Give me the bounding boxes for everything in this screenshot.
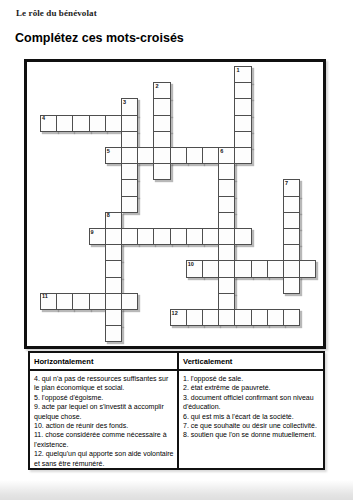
crossword-cell-r4c7[interactable] bbox=[153, 131, 170, 148]
crossword-cell-r14c11[interactable] bbox=[218, 293, 235, 310]
crossword-cell-r10c4[interactable] bbox=[105, 228, 122, 245]
crossword-cell-r8c5[interactable] bbox=[121, 196, 138, 213]
clue-number-4: 4 bbox=[42, 116, 45, 122]
clue-item: 6. qui est mis à l'écart de la société. bbox=[183, 412, 320, 421]
clue-number-2: 2 bbox=[155, 84, 158, 90]
crossword-cell-r7c5[interactable] bbox=[121, 179, 138, 196]
crossword-cell-r15c8[interactable]: 12 bbox=[170, 309, 187, 326]
crossword-cell-r10c5[interactable] bbox=[121, 228, 138, 245]
crossword-cell-r15c15[interactable] bbox=[283, 309, 300, 326]
clue-number-6: 6 bbox=[220, 149, 223, 155]
page-bottom-shadow bbox=[0, 480, 353, 500]
clue-item: 3. document officiel confirmant son nive… bbox=[183, 393, 320, 412]
crossword-cell-r1c12[interactable] bbox=[234, 82, 251, 99]
clue-number-3: 3 bbox=[123, 100, 126, 106]
crossword-cell-r5c11[interactable]: 6 bbox=[218, 147, 235, 164]
crossword-cell-r11c4[interactable] bbox=[105, 244, 122, 261]
crossword-cell-r15c14[interactable] bbox=[267, 309, 284, 326]
crossword-cell-r10c15[interactable] bbox=[283, 228, 300, 245]
crossword-cell-r14c1[interactable] bbox=[56, 293, 73, 310]
clue-number-11: 11 bbox=[42, 294, 48, 300]
crossword-cell-r12c13[interactable] bbox=[251, 260, 268, 277]
crossword-cell-r12c14[interactable] bbox=[267, 260, 284, 277]
crossword-cell-r13c4[interactable] bbox=[105, 277, 122, 294]
clue-item: 12. quelqu'un qui apporte son aide volon… bbox=[34, 449, 174, 468]
crossword-cell-r15c12[interactable] bbox=[234, 309, 251, 326]
crossword-cell-r14c3[interactable] bbox=[89, 293, 106, 310]
clue-item: 4. qui n'a pas de ressources suffisantes… bbox=[34, 374, 174, 393]
crossword-cell-r5c5[interactable] bbox=[121, 147, 138, 164]
crossword-cell-r5c7[interactable] bbox=[153, 147, 170, 164]
crossword-cell-r14c4[interactable] bbox=[105, 293, 122, 310]
clue-item: 1. l'opposé de sale. bbox=[183, 374, 320, 383]
crossword-cell-r3c7[interactable] bbox=[153, 115, 170, 132]
crossword-cell-r5c10[interactable] bbox=[202, 147, 219, 164]
crossword-cell-r6c11[interactable] bbox=[218, 163, 235, 180]
crossword-cell-r11c11[interactable] bbox=[218, 244, 235, 261]
crossword-cell-r12c11[interactable] bbox=[218, 260, 235, 277]
down-clues-list: 1. l'opposé de sale.2. état extrême de p… bbox=[179, 371, 323, 440]
clue-number-5: 5 bbox=[107, 149, 110, 155]
crossword-cell-r12c15[interactable] bbox=[283, 260, 300, 277]
crossword-cell-r12c4[interactable] bbox=[105, 260, 122, 277]
crossword-cell-r12c9[interactable]: 10 bbox=[186, 260, 203, 277]
clue-item: 11. chose considérée comme nécessaire à … bbox=[34, 430, 174, 449]
crossword-cell-r7c15[interactable]: 7 bbox=[283, 179, 300, 196]
crossword-cell-r7c11[interactable] bbox=[218, 179, 235, 196]
clue-number-1: 1 bbox=[236, 68, 239, 74]
crossword-cell-r10c6[interactable] bbox=[137, 228, 154, 245]
crossword-cell-r8c11[interactable] bbox=[218, 196, 235, 213]
crossword-cell-r10c8[interactable] bbox=[170, 228, 187, 245]
clue-number-9: 9 bbox=[91, 230, 94, 236]
across-clues-header: Horizontalement bbox=[30, 353, 177, 371]
crossword-cell-r6c5[interactable] bbox=[121, 163, 138, 180]
crossword-cell-r2c5[interactable]: 3 bbox=[121, 98, 138, 115]
crossword-cell-r9c4[interactable]: 8 bbox=[105, 212, 122, 229]
crossword-cell-r5c9[interactable] bbox=[186, 147, 203, 164]
crossword-cell-r9c15[interactable] bbox=[283, 212, 300, 229]
crossword-cell-r2c12[interactable] bbox=[234, 98, 251, 115]
crossword-cell-r12c12[interactable] bbox=[234, 260, 251, 277]
across-clues-list: 4. qui n'a pas de ressources suffisantes… bbox=[30, 371, 177, 468]
crossword-cell-r4c5[interactable] bbox=[121, 131, 138, 148]
crossword-cell-r4c12[interactable] bbox=[234, 131, 251, 148]
document-kicker: Le rôle du bénévolat bbox=[16, 8, 97, 18]
crossword-cell-r6c7[interactable] bbox=[153, 163, 170, 180]
crossword-cell-r3c0[interactable]: 4 bbox=[40, 115, 57, 132]
crossword-cell-r5c8[interactable] bbox=[170, 147, 187, 164]
clue-number-7: 7 bbox=[285, 181, 288, 187]
crossword-cell-r3c12[interactable] bbox=[234, 115, 251, 132]
crossword-cell-r5c12[interactable] bbox=[234, 147, 251, 164]
crossword-cell-r8c15[interactable] bbox=[283, 196, 300, 213]
clue-item: 7. ce que souhaite ou désir une collecti… bbox=[183, 421, 320, 430]
crossword-cell-r13c11[interactable] bbox=[218, 277, 235, 294]
crossword-cell-r1c7[interactable]: 2 bbox=[153, 82, 170, 99]
crossword-cell-r13c15[interactable] bbox=[283, 277, 300, 294]
clue-item: 9. acte par lequel on s'investit à accom… bbox=[34, 402, 174, 421]
down-clues-header: Verticalement bbox=[179, 353, 323, 371]
crossword-cell-r12c10[interactable] bbox=[202, 260, 219, 277]
crossword-cell-r3c2[interactable] bbox=[72, 115, 89, 132]
crossword-cell-r5c4[interactable]: 5 bbox=[105, 147, 122, 164]
page-title: Complétez ces mots-croisés bbox=[15, 31, 184, 45]
crossword-cell-r16c4[interactable] bbox=[105, 325, 122, 342]
crossword-cell-r11c15[interactable] bbox=[283, 244, 300, 261]
crossword-cell-r15c4[interactable] bbox=[105, 309, 122, 326]
clue-item: 8. soutien que l'on se donne mutuellemen… bbox=[183, 430, 320, 439]
crossword-cell-r15c11[interactable] bbox=[218, 309, 235, 326]
crossword-cell-r15c9[interactable] bbox=[186, 309, 203, 326]
crossword-cell-r9c11[interactable] bbox=[218, 212, 235, 229]
crossword-cell-r3c5[interactable] bbox=[121, 115, 138, 132]
crossword-cell-r10c10[interactable] bbox=[202, 228, 219, 245]
crossword-cell-r2c7[interactable] bbox=[153, 98, 170, 115]
crossword-cell-r10c12[interactable] bbox=[234, 228, 251, 245]
crossword-cell-r14c5[interactable] bbox=[121, 293, 138, 310]
crossword-cell-r10c7[interactable] bbox=[153, 228, 170, 245]
crossword-cell-r15c13[interactable] bbox=[251, 309, 268, 326]
crossword-cell-r10c3[interactable]: 9 bbox=[89, 228, 106, 245]
crossword-cell-r12c16[interactable] bbox=[299, 260, 316, 277]
crossword-cell-r10c11[interactable] bbox=[218, 228, 235, 245]
clue-number-8: 8 bbox=[107, 213, 110, 219]
crossword-cell-r3c3[interactable] bbox=[89, 115, 106, 132]
crossword-grid: 123456789101112 bbox=[24, 59, 326, 349]
down-clues-column: Verticalement 1. l'opposé de sale.2. éta… bbox=[179, 353, 323, 468]
crossword-cell-r10c9[interactable] bbox=[186, 228, 203, 245]
clues-table: Horizontalement 4. qui n'a pas de ressou… bbox=[28, 351, 325, 470]
across-clues-column: Horizontalement 4. qui n'a pas de ressou… bbox=[30, 353, 179, 468]
clue-item: 2. état extrême de pauvreté. bbox=[183, 383, 320, 392]
crossword-cell-r3c1[interactable] bbox=[56, 115, 73, 132]
clue-item: 5. l'opposé d'égoisme. bbox=[34, 393, 174, 402]
crossword-cell-r14c2[interactable] bbox=[72, 293, 89, 310]
clue-item: 10. action de réunir des fonds. bbox=[34, 421, 174, 430]
clue-number-12: 12 bbox=[172, 311, 178, 317]
crossword-cell-r14c0[interactable]: 11 bbox=[40, 293, 57, 310]
crossword-cell-r3c4[interactable] bbox=[105, 115, 122, 132]
crossword-cell-r5c6[interactable] bbox=[137, 147, 154, 164]
crossword-cell-r0c12[interactable]: 1 bbox=[234, 66, 251, 83]
clue-number-10: 10 bbox=[188, 262, 194, 268]
crossword-cell-r15c10[interactable] bbox=[202, 309, 219, 326]
